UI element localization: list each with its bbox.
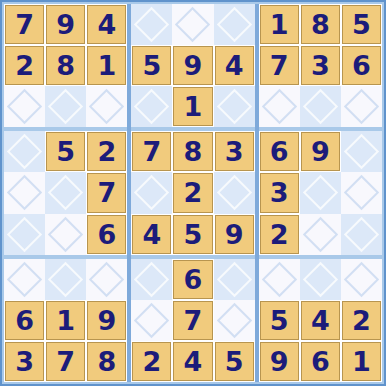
- cell-r1c2: 9: [45, 4, 86, 45]
- cell-r6c5: 5: [172, 214, 213, 255]
- cell-r6c1[interactable]: [4, 214, 45, 255]
- cell-r3c6[interactable]: [214, 86, 255, 127]
- cell-r1c6[interactable]: [214, 4, 255, 45]
- cell-r8c9: 2: [341, 300, 382, 341]
- cell-r7c9[interactable]: [341, 259, 382, 300]
- cell-r6c8[interactable]: [300, 214, 341, 255]
- box-3-3: 542961: [259, 259, 382, 382]
- cell-r8c5: 7: [172, 300, 213, 341]
- empty-cell-diamond-icon: [48, 89, 83, 124]
- empty-cell-diamond-icon: [216, 303, 251, 338]
- empty-cell-diamond-icon: [134, 262, 169, 297]
- empty-cell-diamond-icon: [303, 216, 338, 251]
- cell-r4c9[interactable]: [341, 131, 382, 172]
- cell-r8c4[interactable]: [131, 300, 172, 341]
- empty-cell-diamond-icon: [216, 175, 251, 210]
- empty-cell-diamond-icon: [89, 262, 124, 297]
- cell-r8c8: 4: [300, 300, 341, 341]
- cell-r9c9: 1: [341, 341, 382, 382]
- cell-r3c1[interactable]: [4, 86, 45, 127]
- cell-r2c8: 3: [300, 45, 341, 86]
- cell-r9c2: 7: [45, 341, 86, 382]
- cell-r1c3: 4: [86, 4, 127, 45]
- empty-cell-diamond-icon: [48, 262, 83, 297]
- cell-r2c3: 1: [86, 45, 127, 86]
- box-2-3: 6932: [259, 131, 382, 254]
- cell-r2c1: 2: [4, 45, 45, 86]
- cell-r1c7: 1: [259, 4, 300, 45]
- cell-r3c8[interactable]: [300, 86, 341, 127]
- cell-r5c2[interactable]: [45, 172, 86, 213]
- cell-r1c5[interactable]: [172, 4, 213, 45]
- cell-r9c8: 6: [300, 341, 341, 382]
- sudoku-board-frame: 7942815941185736527678324596932619378672…: [0, 0, 386, 386]
- cell-r3c3[interactable]: [86, 86, 127, 127]
- cell-r4c6: 3: [214, 131, 255, 172]
- cell-r7c5: 6: [172, 259, 213, 300]
- empty-cell-diamond-icon: [303, 89, 338, 124]
- empty-cell-diamond-icon: [175, 7, 210, 42]
- cell-r5c5: 2: [172, 172, 213, 213]
- cell-r4c5: 8: [172, 131, 213, 172]
- sudoku-board: 7942815941185736527678324596932619378672…: [4, 4, 382, 382]
- cell-r9c1: 3: [4, 341, 45, 382]
- empty-cell-diamond-icon: [89, 89, 124, 124]
- cell-r6c2[interactable]: [45, 214, 86, 255]
- cell-r9c3: 8: [86, 341, 127, 382]
- cell-r2c6: 4: [214, 45, 255, 86]
- cell-r8c7: 5: [259, 300, 300, 341]
- cell-r6c3: 6: [86, 214, 127, 255]
- cell-r7c2[interactable]: [45, 259, 86, 300]
- cell-r5c6[interactable]: [214, 172, 255, 213]
- cell-r6c9[interactable]: [341, 214, 382, 255]
- empty-cell-diamond-icon: [48, 216, 83, 251]
- empty-cell-diamond-icon: [7, 89, 42, 124]
- cell-r7c3[interactable]: [86, 259, 127, 300]
- empty-cell-diamond-icon: [7, 175, 42, 210]
- cell-r6c4: 4: [131, 214, 172, 255]
- empty-cell-diamond-icon: [134, 89, 169, 124]
- empty-cell-diamond-icon: [7, 216, 42, 251]
- cell-r2c2: 8: [45, 45, 86, 86]
- empty-cell-diamond-icon: [303, 175, 338, 210]
- empty-cell-diamond-icon: [134, 175, 169, 210]
- empty-cell-diamond-icon: [134, 303, 169, 338]
- cell-r2c5: 9: [172, 45, 213, 86]
- box-2-1: 5276: [4, 131, 127, 254]
- cell-r7c1[interactable]: [4, 259, 45, 300]
- empty-cell-diamond-icon: [216, 262, 251, 297]
- cell-r5c7: 3: [259, 172, 300, 213]
- cell-r9c7: 9: [259, 341, 300, 382]
- cell-r4c4: 7: [131, 131, 172, 172]
- empty-cell-diamond-icon: [216, 7, 251, 42]
- cell-r5c4[interactable]: [131, 172, 172, 213]
- empty-cell-diamond-icon: [303, 262, 338, 297]
- cell-r4c3: 2: [86, 131, 127, 172]
- empty-cell-diamond-icon: [48, 175, 83, 210]
- cell-r9c6: 5: [214, 341, 255, 382]
- cell-r2c4: 5: [131, 45, 172, 86]
- cell-r8c1: 6: [4, 300, 45, 341]
- cell-r3c4[interactable]: [131, 86, 172, 127]
- box-1-1: 794281: [4, 4, 127, 127]
- cell-r3c2[interactable]: [45, 86, 86, 127]
- cell-r8c6[interactable]: [214, 300, 255, 341]
- empty-cell-diamond-icon: [216, 89, 251, 124]
- box-1-3: 185736: [259, 4, 382, 127]
- cell-r6c7: 2: [259, 214, 300, 255]
- cell-r7c7[interactable]: [259, 259, 300, 300]
- empty-cell-diamond-icon: [7, 134, 42, 169]
- cell-r1c4[interactable]: [131, 4, 172, 45]
- cell-r3c9[interactable]: [341, 86, 382, 127]
- box-1-2: 5941: [131, 4, 254, 127]
- cell-r5c8[interactable]: [300, 172, 341, 213]
- cell-r5c1[interactable]: [4, 172, 45, 213]
- empty-cell-diamond-icon: [344, 262, 379, 297]
- cell-r1c8: 8: [300, 4, 341, 45]
- empty-cell-diamond-icon: [344, 89, 379, 124]
- empty-cell-diamond-icon: [344, 175, 379, 210]
- cell-r2c7: 7: [259, 45, 300, 86]
- cell-r5c9[interactable]: [341, 172, 382, 213]
- cell-r3c7[interactable]: [259, 86, 300, 127]
- cell-r4c2: 5: [45, 131, 86, 172]
- cell-r9c5: 4: [172, 341, 213, 382]
- empty-cell-diamond-icon: [7, 262, 42, 297]
- box-2-2: 7832459: [131, 131, 254, 254]
- cell-r6c6: 9: [214, 214, 255, 255]
- empty-cell-diamond-icon: [262, 262, 297, 297]
- cell-r9c4: 2: [131, 341, 172, 382]
- cell-r1c1: 7: [4, 4, 45, 45]
- empty-cell-diamond-icon: [344, 216, 379, 251]
- cell-r4c8: 9: [300, 131, 341, 172]
- cell-r4c1[interactable]: [4, 131, 45, 172]
- cell-r7c6[interactable]: [214, 259, 255, 300]
- cell-r7c8[interactable]: [300, 259, 341, 300]
- cell-r4c7: 6: [259, 131, 300, 172]
- empty-cell-diamond-icon: [344, 134, 379, 169]
- cell-r1c9: 5: [341, 4, 382, 45]
- box-3-2: 67245: [131, 259, 254, 382]
- empty-cell-diamond-icon: [262, 89, 297, 124]
- cell-r2c9: 6: [341, 45, 382, 86]
- cell-r8c2: 1: [45, 300, 86, 341]
- cell-r8c3: 9: [86, 300, 127, 341]
- empty-cell-diamond-icon: [134, 7, 169, 42]
- cell-r5c3: 7: [86, 172, 127, 213]
- cell-r7c4[interactable]: [131, 259, 172, 300]
- box-3-1: 619378: [4, 259, 127, 382]
- cell-r3c5: 1: [172, 86, 213, 127]
